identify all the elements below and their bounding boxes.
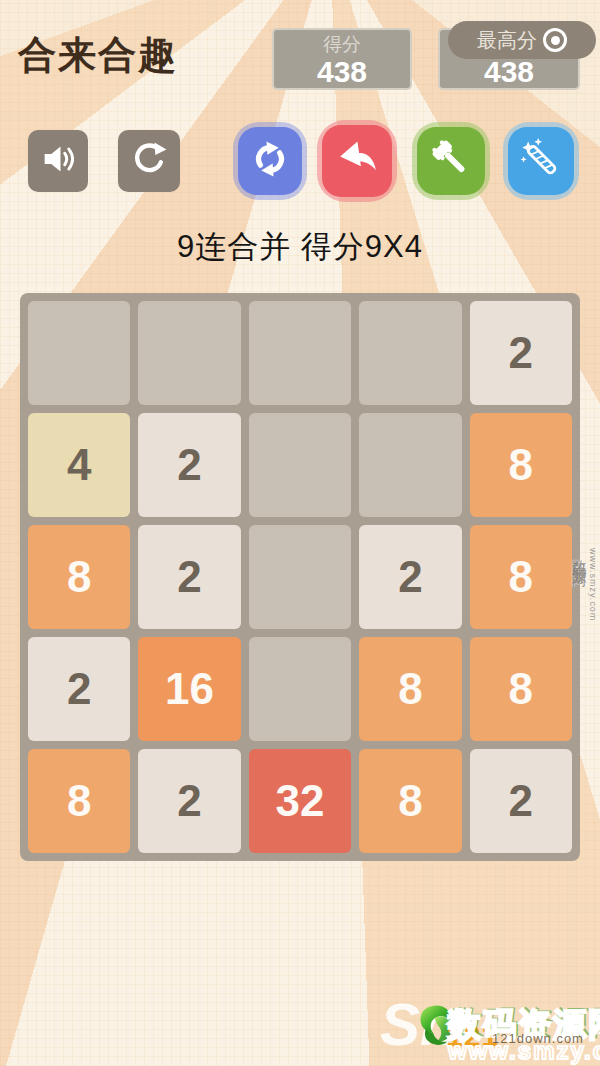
magic-wand-icon [519,137,563,185]
score-box: 得分 438 [272,28,412,90]
merge-banner: 9连合并 得分9X4 [0,226,600,268]
empty-cell-r1c2 [138,301,240,405]
side-watermark-url: www.smzy.com [588,548,598,621]
tile-8-r4c5: 8 [470,637,572,741]
side-watermark-name: 数码资源网 [569,548,588,621]
tile-8-r2c5: 8 [470,413,572,517]
score-value: 438 [274,57,410,87]
empty-cell-r2c4 [359,413,461,517]
tile-8-r5c4: 8 [359,749,461,853]
tile-8-r4c4: 8 [359,637,461,741]
empty-cell-r2c3 [249,413,351,517]
best-score-label: 最高分 [477,27,537,54]
bottom-watermark: Sm 数码资源网 数码资源网 121 121down.com www.smzy.… [380,993,600,1066]
empty-cell-r1c4 [359,301,461,405]
empty-cell-r1c3 [249,301,351,405]
tile-16-r4c2: 16 [138,637,240,741]
tile-8-r3c5: 8 [470,525,572,629]
board-grid[interactable]: 2428822821688823282 [20,293,580,861]
restart-icon [130,140,168,182]
tile-2-r5c2: 2 [138,749,240,853]
gavel-icon [429,137,473,185]
speaker-icon [38,139,78,183]
side-watermark: 数码资源网 www.smzy.com [569,548,598,621]
tile-4-r2c1: 4 [28,413,130,517]
tile-2-r2c2: 2 [138,413,240,517]
tile-2-r3c4: 2 [359,525,461,629]
wand-button[interactable] [503,122,579,200]
tile-32-r5c3: 32 [249,749,351,853]
empty-cell-r1c1 [28,301,130,405]
tile-2-r5c5: 2 [470,749,572,853]
tile-2-r3c2: 2 [138,525,240,629]
tile-2-r1c5: 2 [470,301,572,405]
best-score-value: 438 [440,57,578,87]
watermark-small-text: 121down.com [492,1031,584,1046]
empty-cell-r4c3 [249,637,351,741]
swap-button[interactable] [233,122,307,200]
target-icon [543,28,567,52]
hammer-button[interactable] [412,122,490,200]
undo-arrow-icon [334,136,380,186]
undo-button[interactable] [317,120,397,202]
game-screen: 合来合趣 得分 438 438 最高分 [0,0,600,1066]
app-title: 合来合趣 [18,30,178,81]
score-label: 得分 [274,33,410,57]
sound-button[interactable] [28,130,88,192]
empty-cell-r3c3 [249,525,351,629]
tile-8-r5c1: 8 [28,749,130,853]
restart-button[interactable] [118,130,180,192]
cycle-arrows-icon [249,138,291,184]
tile-8-r3c1: 8 [28,525,130,629]
tile-2-r4c1: 2 [28,637,130,741]
best-score-pill: 最高分 [448,21,596,59]
